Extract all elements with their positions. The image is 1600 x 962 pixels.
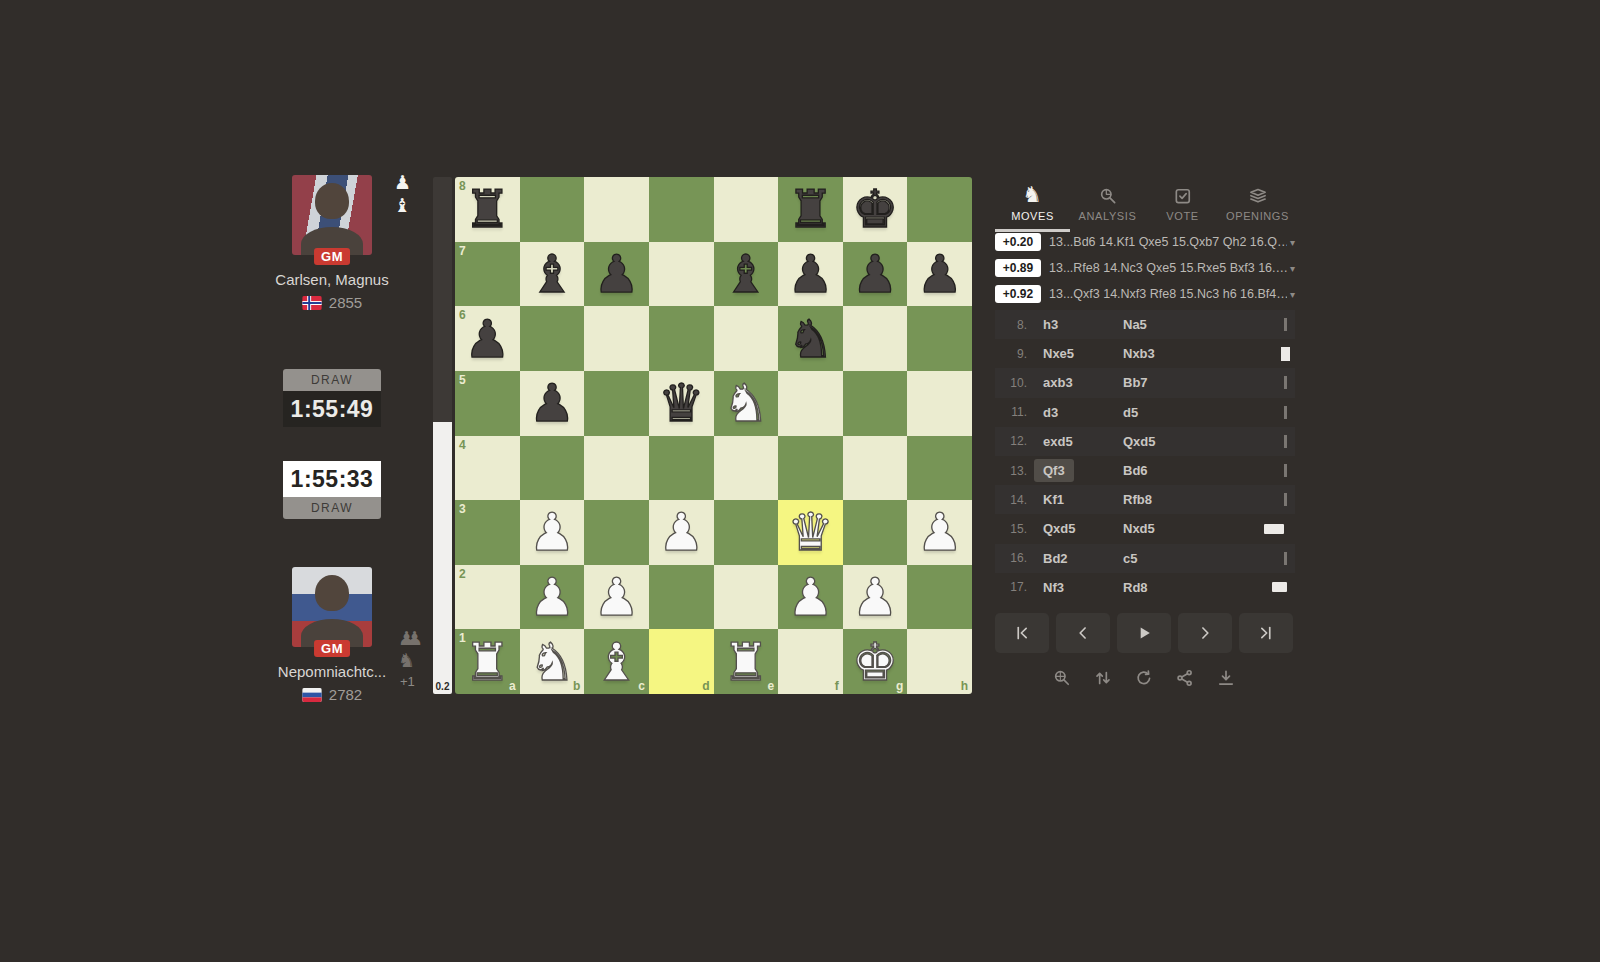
square-h8[interactable] [907,177,972,242]
square-c8[interactable] [584,177,649,242]
square-g1[interactable]: g♚ [843,629,908,694]
move-black[interactable]: d5 [1123,405,1138,420]
square-b6[interactable] [520,306,585,371]
file-label-c: c [638,679,645,693]
rank-label-6: 6 [459,308,466,322]
move-number: 9. [995,347,1027,361]
square-b5[interactable]: ♟ [520,371,585,436]
square-f4[interactable] [778,436,843,501]
file-label-g: g [896,679,903,693]
square-a7[interactable]: 7 [455,242,520,307]
file-label-a: a [509,679,516,693]
move-white[interactable]: Nxe5 [1043,346,1074,361]
square-c2[interactable]: ♟ [584,565,649,630]
captured-white-bishop-icon: ♝ [394,196,411,215]
app-root: GM Carlsen, Magnus 2855 GM Nepomniachtc.… [0,0,1600,962]
move-number: 13. [995,464,1027,478]
move-white[interactable]: Nf3 [1043,580,1064,595]
engine-line-2[interactable]: +0.8913...Rfe8 14.Nc3 Qxe5 15.Rxe5 Bxf3 … [995,257,1295,279]
square-b7[interactable]: ♝ [520,242,585,307]
white-rook: ♜ [723,636,770,688]
captured-pieces-top: ♟♝ [394,173,411,215]
evaluation-bar: 0.2 [433,177,452,694]
square-h3[interactable]: ♟ [907,500,972,565]
clock-group-top: DRAW 1:55:49 [283,369,381,427]
move-black[interactable]: Bd6 [1123,463,1148,478]
move-black[interactable]: Qxd5 [1123,434,1156,449]
square-h5[interactable] [907,371,972,436]
square-g8[interactable]: ♚ [843,177,908,242]
square-c7[interactable]: ♟ [584,242,649,307]
player-rating-row: 2782 [252,686,412,703]
black-pawn: ♟ [529,377,576,429]
move-white-selected[interactable]: Qf3 [1034,459,1074,482]
square-h6[interactable] [907,306,972,371]
file-label-f: f [835,679,839,693]
player-rating: 2855 [329,294,362,311]
square-f3[interactable]: ♛ [778,500,843,565]
move-row-17: 17.Nf3Rd8 [995,573,1295,602]
square-e6[interactable] [714,306,779,371]
engine-eval-badge: +0.89 [995,259,1041,277]
square-a2[interactable]: 2 [455,565,520,630]
move-number: 17. [995,580,1027,594]
black-knight: ♞ [787,313,834,365]
black-bishop: ♝ [529,248,576,300]
square-h7[interactable]: ♟ [907,242,972,307]
black-pawn: ♟ [787,248,834,300]
file-label-h: h [961,679,968,693]
rank-label-4: 4 [459,438,466,452]
tab-vote[interactable]: VOTE [1145,184,1220,232]
square-d8[interactable] [649,177,714,242]
openings-icon [1248,184,1268,206]
square-f7[interactable]: ♟ [778,242,843,307]
move-row-16: 16.Bd2c5 [995,544,1295,573]
board-tools [995,668,1293,688]
move-row-9: 9.Nxe5Nxb3 [995,339,1295,368]
move-number: 16. [995,551,1027,565]
square-e1[interactable]: e♜ [714,629,779,694]
square-b8[interactable] [520,177,585,242]
move-navigation [995,613,1293,653]
move-white[interactable]: Qxd5 [1043,521,1076,536]
white-pawn: ♟ [529,506,576,558]
square-g4[interactable] [843,436,908,501]
engine-line-1[interactable]: +0.2013...Bd6 14.Kf1 Qxe5 15.Qxb7 Qh2 16… [995,231,1295,253]
square-c4[interactable] [584,436,649,501]
chevron-down-icon[interactable]: ▾ [1290,289,1295,300]
first-move-button[interactable] [995,613,1049,653]
avatar: GM [292,567,372,647]
white-knight: ♞ [723,377,770,429]
black-queen: ♛ [658,377,705,429]
move-white[interactable]: d3 [1043,405,1058,420]
evaluation-value: 0.2 [433,681,452,692]
analysis-board-icon[interactable] [1052,668,1072,688]
move-row-14: 14.Kf1Rfb8 [995,485,1295,514]
square-g3[interactable] [843,500,908,565]
square-d3[interactable]: ♟ [649,500,714,565]
black-pawn: ♟ [464,313,511,365]
player-rating: 2782 [329,686,362,703]
square-a8[interactable]: 8♜ [455,177,520,242]
tab-analysis[interactable]: ANALYSIS [1070,184,1145,232]
rank-label-3: 3 [459,502,466,516]
clock-white: 1:55:33 [283,461,381,497]
move-number: 10. [995,376,1027,390]
square-f1[interactable]: f [778,629,843,694]
white-bishop: ♝ [593,636,640,688]
move-time-tick [1281,347,1290,361]
analysis-icon [1098,184,1118,206]
move-time-tick [1284,435,1287,448]
draw-offer-badge: DRAW [283,369,381,391]
square-g5[interactable] [843,371,908,436]
white-pawn: ♟ [852,571,899,623]
square-g6[interactable] [843,306,908,371]
square-c3[interactable] [584,500,649,565]
move-time-tick [1284,318,1287,331]
square-a4[interactable]: 4 [455,436,520,501]
square-d4[interactable] [649,436,714,501]
move-white[interactable]: Bd2 [1043,551,1068,566]
play-move-button[interactable] [1117,613,1171,653]
player-name: Carlsen, Magnus [252,271,412,288]
square-a1[interactable]: 1a♜ [455,629,520,694]
evaluation-bar-white [433,422,452,694]
move-number: 14. [995,493,1027,507]
square-d5[interactable]: ♛ [649,371,714,436]
engine-line-text: 13...Rfe8 14.Nc3 Qxe5 15.Rxe5 Bxf3 16.… [1049,261,1287,275]
vote-icon [1173,184,1193,206]
title-badge: GM [314,640,350,657]
draw-offer-badge: DRAW [283,497,381,519]
black-rook: ♜ [787,183,834,235]
last-move-button[interactable] [1239,613,1293,653]
white-knight: ♞ [529,636,576,688]
move-number: 15. [995,522,1027,536]
moves-icon: ♞ [1022,184,1042,206]
previous-move-button[interactable] [1056,613,1110,653]
chess-board[interactable]: 8♜♜♚7♝♟♝♟♟♟6♟♞5♟♛♞43♟♟♛♟2♟♟♟♟1a♜b♞c♝de♜f… [455,177,972,694]
captured-group: ♞ [398,651,415,670]
engine-eval-badge: +0.20 [995,233,1041,251]
move-white[interactable]: axb3 [1043,375,1073,390]
square-f5[interactable] [778,371,843,436]
rank-label-2: 2 [459,567,466,581]
square-b4[interactable] [520,436,585,501]
download-icon[interactable] [1216,668,1236,688]
square-c6[interactable] [584,306,649,371]
rank-label-8: 8 [459,179,466,193]
move-black[interactable]: Rd8 [1123,580,1148,595]
material-advantage: +1 [398,675,415,688]
player-card-top: GM Carlsen, Magnus 2855 [252,175,412,311]
black-king: ♚ [852,183,899,235]
move-list: 8.h3Na59.Nxe5Nxb310.axb3Bb711.d3d512.exd… [995,310,1295,602]
engine-line-text: 13...Bd6 14.Kf1 Qxe5 15.Qxb7 Qh2 16.Q… [1049,235,1287,249]
move-row-15: 15.Qxd5Nxd5 [995,514,1295,543]
rank-label-7: 7 [459,244,466,258]
move-white[interactable]: exd5 [1043,434,1073,449]
square-h2[interactable] [907,565,972,630]
square-d6[interactable] [649,306,714,371]
square-e3[interactable] [714,500,779,565]
tab-label: MOVES [1011,210,1054,222]
file-label-d: d [702,679,709,693]
captured-white-pawn-icon: ♟ [394,173,411,192]
clock-black: 1:55:49 [283,391,381,427]
move-white[interactable]: Kf1 [1043,492,1064,507]
reload-icon[interactable] [1134,668,1154,688]
move-number: 8. [995,318,1027,332]
move-row-13: 13.Qf3Bd6 [995,456,1295,485]
move-time-tick [1272,582,1287,592]
square-b2[interactable]: ♟ [520,565,585,630]
move-black[interactable]: Nxd5 [1123,521,1155,536]
black-pawn: ♟ [916,248,963,300]
panel-tabs: ♞MOVESANALYSISVOTEOPENINGS [995,184,1295,232]
square-d2[interactable] [649,565,714,630]
square-d7[interactable] [649,242,714,307]
move-row-12: 12.exd5Qxd5 [995,427,1295,456]
black-pawn: ♟ [593,248,640,300]
move-time-tick [1284,376,1287,389]
square-d1[interactable]: d [649,629,714,694]
black-bishop: ♝ [723,248,770,300]
player-rating-row: 2855 [252,294,412,311]
tab-moves[interactable]: ♞MOVES [995,184,1070,232]
move-number: 12. [995,434,1027,448]
engine-lines: +0.2013...Bd6 14.Kf1 Qxe5 15.Qxb7 Qh2 16… [995,231,1295,309]
player-photo [292,175,372,255]
square-e2[interactable] [714,565,779,630]
norway-flag-icon [302,296,322,310]
tab-label: ANALYSIS [1079,210,1137,222]
tab-label: VOTE [1166,210,1198,222]
file-label-e: e [767,679,774,693]
captured-group: ♟♟ [398,629,423,648]
square-f6[interactable]: ♞ [778,306,843,371]
player-photo [292,567,372,647]
move-time-tick [1284,552,1287,565]
square-b3[interactable]: ♟ [520,500,585,565]
rank-label-5: 5 [459,373,466,387]
square-a3[interactable]: 3 [455,500,520,565]
square-e8[interactable] [714,177,779,242]
player-card-bottom: GM Nepomniachtc... 2782 [252,567,412,703]
captured-pieces-bottom: ♟♟♞+1 [398,629,423,688]
move-black[interactable]: c5 [1123,551,1137,566]
chevron-down-icon[interactable]: ▾ [1290,263,1295,274]
clock-group-bottom: 1:55:33 DRAW [283,461,381,519]
share-icon[interactable] [1175,668,1195,688]
white-queen: ♛ [787,506,834,558]
move-row-11: 11.d3d5 [995,398,1295,427]
square-f8[interactable]: ♜ [778,177,843,242]
white-rook: ♜ [464,636,511,688]
move-row-10: 10.axb3Bb7 [995,368,1295,397]
square-c1[interactable]: c♝ [584,629,649,694]
square-c5[interactable] [584,371,649,436]
captured-black-pawn-icon: ♟ [406,629,423,648]
square-h4[interactable] [907,436,972,501]
move-time-tick [1284,493,1287,506]
move-black[interactable]: Rfb8 [1123,492,1152,507]
move-row-8: 8.h3Na5 [995,310,1295,339]
black-rook: ♜ [464,183,511,235]
square-f2[interactable]: ♟ [778,565,843,630]
square-e7[interactable]: ♝ [714,242,779,307]
move-white[interactable]: h3 [1043,317,1058,332]
move-number: 11. [995,405,1027,419]
move-time-tick [1284,406,1287,419]
square-e4[interactable] [714,436,779,501]
avatar: GM [292,175,372,255]
file-label-b: b [573,679,580,693]
white-pawn: ♟ [916,506,963,558]
flip-board-icon[interactable] [1093,668,1113,688]
white-pawn: ♟ [658,506,705,558]
square-b1[interactable]: b♞ [520,629,585,694]
square-a5[interactable]: 5 [455,371,520,436]
white-king: ♚ [852,636,899,688]
chevron-down-icon[interactable]: ▾ [1290,237,1295,248]
move-time-tick [1264,524,1284,534]
tab-openings[interactable]: OPENINGS [1220,184,1295,232]
move-black[interactable]: Nxb3 [1123,346,1155,361]
next-move-button[interactable] [1178,613,1232,653]
square-a6[interactable]: 6♟ [455,306,520,371]
rank-label-1: 1 [459,631,466,645]
move-time-tick [1284,464,1287,477]
engine-line-text: 13...Qxf3 14.Nxf3 Rfe8 15.Nc3 h6 16.Bf4… [1049,287,1287,301]
white-pawn: ♟ [529,571,576,623]
captured-group: ♟ [394,173,411,192]
captured-group: ♝ [394,196,411,215]
tab-label: OPENINGS [1226,210,1289,222]
black-pawn: ♟ [852,248,899,300]
russia-flag-icon [302,688,322,702]
square-g7[interactable]: ♟ [843,242,908,307]
player-name: Nepomniachtc... [252,663,412,680]
title-badge: GM [314,248,350,265]
white-pawn: ♟ [787,571,834,623]
engine-eval-badge: +0.92 [995,285,1041,303]
white-pawn: ♟ [593,571,640,623]
square-h1[interactable]: h [907,629,972,694]
move-black[interactable]: Na5 [1123,317,1147,332]
square-e5[interactable]: ♞ [714,371,779,436]
square-g2[interactable]: ♟ [843,565,908,630]
engine-line-3[interactable]: +0.9213...Qxf3 14.Nxf3 Rfe8 15.Nc3 h6 16… [995,283,1295,305]
captured-black-knight-icon: ♞ [398,651,415,670]
move-black[interactable]: Bb7 [1123,375,1148,390]
